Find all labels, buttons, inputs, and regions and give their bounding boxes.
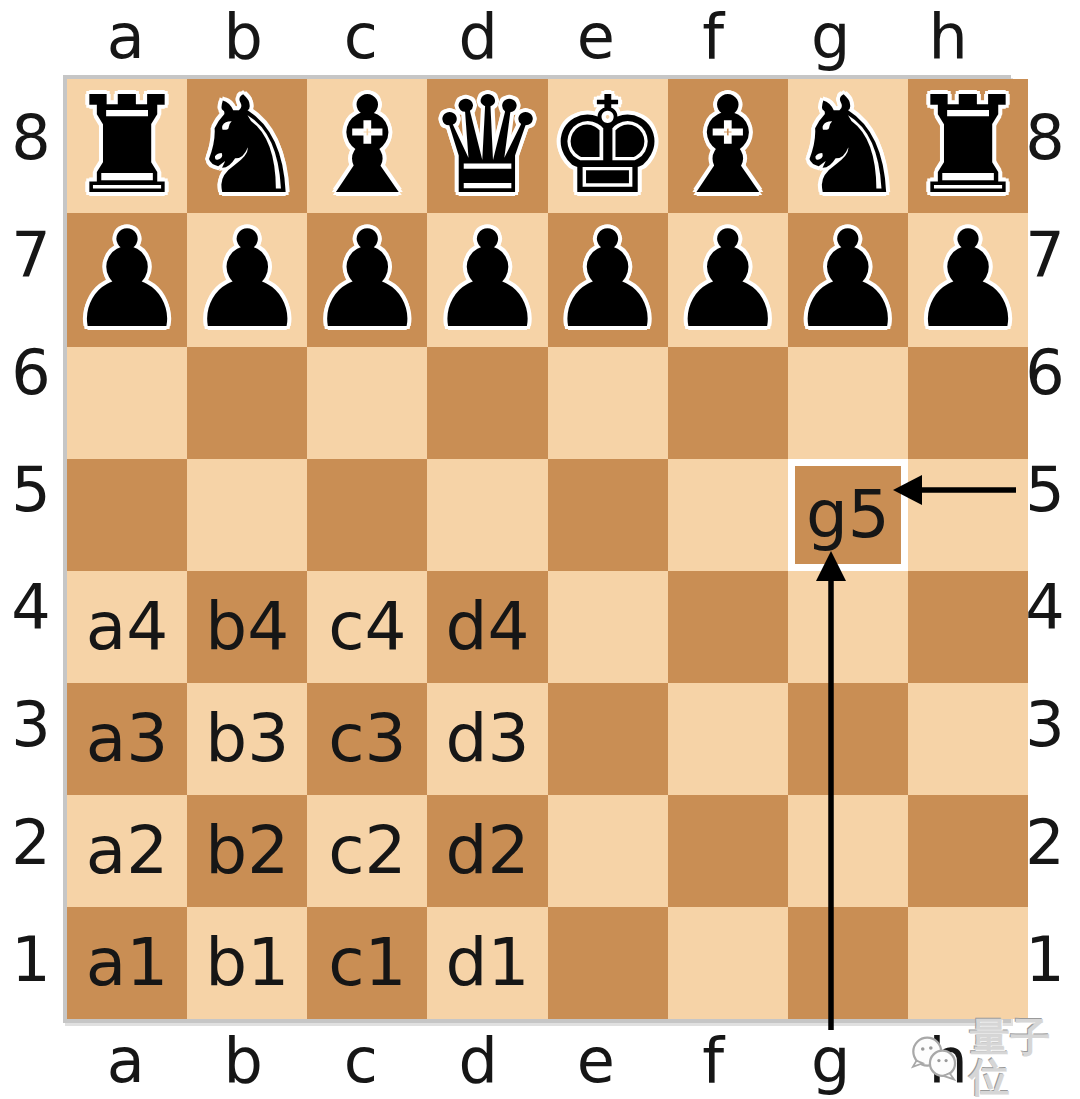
square-label-d3: d3 (446, 706, 530, 772)
square-label-c4: c4 (328, 594, 406, 660)
square-g6[interactable] (788, 347, 908, 459)
square-label-a4: a4 (86, 594, 168, 660)
file-label-bottom-e: e (537, 1023, 655, 1099)
black-pawn-g7: ♟ (788, 213, 908, 347)
square-b2[interactable]: b2 (187, 795, 307, 907)
file-labels-bottom: abcdefgh (67, 1023, 1007, 1099)
black-knight-g8: ♞ (788, 79, 908, 213)
square-f8[interactable]: ♝ (668, 79, 788, 213)
square-c7[interactable]: ♟ (307, 213, 427, 347)
square-h2[interactable] (908, 795, 1028, 907)
square-c2[interactable]: c2 (307, 795, 427, 907)
square-b8[interactable]: ♞ (187, 79, 307, 213)
watermark-logo-icon (903, 1026, 968, 1088)
black-pawn-f7: ♟ (668, 213, 788, 347)
square-g8[interactable]: ♞ (788, 79, 908, 213)
square-c5[interactable] (307, 459, 427, 571)
black-queen-d8: ♛ (427, 79, 547, 213)
square-d8[interactable]: ♛ (427, 79, 547, 213)
square-label-d1: d1 (446, 930, 530, 996)
square-e1[interactable] (548, 907, 668, 1019)
square-f5[interactable] (668, 459, 788, 571)
square-d1[interactable]: d1 (427, 907, 547, 1019)
square-g7[interactable]: ♟ (788, 213, 908, 347)
square-h4[interactable] (908, 571, 1028, 683)
file-label-bottom-f: f (655, 1023, 773, 1099)
rank-labels-left: 87654321 (0, 79, 62, 1019)
square-g4[interactable] (788, 571, 908, 683)
black-king-e8: ♚ (548, 79, 668, 213)
square-e2[interactable] (548, 795, 668, 907)
square-label-d4: d4 (446, 594, 530, 660)
square-a5[interactable] (67, 459, 187, 571)
square-h7[interactable]: ♟ (908, 213, 1028, 347)
file-label-top-g: g (772, 0, 890, 74)
square-d5[interactable] (427, 459, 547, 571)
black-rook-a8: ♜ (67, 79, 187, 213)
square-b6[interactable] (187, 347, 307, 459)
square-c8[interactable]: ♝ (307, 79, 427, 213)
square-b1[interactable]: b1 (187, 907, 307, 1019)
black-pawn-a7: ♟ (67, 213, 187, 347)
square-f4[interactable] (668, 571, 788, 683)
square-label-d2: d2 (446, 818, 530, 884)
square-e4[interactable] (548, 571, 668, 683)
square-h1[interactable] (908, 907, 1028, 1019)
black-pawn-c7: ♟ (307, 213, 427, 347)
file-label-top-e: e (537, 0, 655, 74)
square-d3[interactable]: d3 (427, 683, 547, 795)
square-b3[interactable]: b3 (187, 683, 307, 795)
black-bishop-c8: ♝ (307, 79, 427, 213)
chess-board: ♜♞♝♛♚♝♞♜♟♟♟♟♟♟♟♟g5a4b4c4d4a3b3c3d3a2b2c2… (63, 75, 1011, 1023)
square-d7[interactable]: ♟ (427, 213, 547, 347)
rank-label-left-3: 3 (0, 667, 62, 785)
file-label-top-f: f (655, 0, 773, 74)
square-f1[interactable] (668, 907, 788, 1019)
square-h8[interactable]: ♜ (908, 79, 1028, 213)
square-b5[interactable] (187, 459, 307, 571)
rank-label-left-2: 2 (0, 784, 62, 902)
file-label-bottom-b: b (185, 1023, 303, 1099)
square-h3[interactable] (908, 683, 1028, 795)
square-g3[interactable] (788, 683, 908, 795)
square-label-b4: b4 (205, 594, 289, 660)
black-pawn-e7: ♟ (548, 213, 668, 347)
black-pawn-h7: ♟ (908, 213, 1028, 347)
square-d2[interactable]: d2 (427, 795, 547, 907)
black-pawn-b7: ♟ (187, 213, 307, 347)
square-h5[interactable] (908, 459, 1028, 571)
square-f7[interactable]: ♟ (668, 213, 788, 347)
square-label-a2: a2 (86, 818, 168, 884)
square-a4[interactable]: a4 (67, 571, 187, 683)
square-a1[interactable]: a1 (67, 907, 187, 1019)
file-label-top-c: c (302, 0, 420, 74)
square-b4[interactable]: b4 (187, 571, 307, 683)
square-label-b3: b3 (205, 706, 289, 772)
square-label-b1: b1 (205, 930, 289, 996)
square-g5[interactable]: g5 (788, 459, 908, 571)
file-label-bottom-c: c (302, 1023, 420, 1099)
rank-label-left-4: 4 (0, 549, 62, 667)
square-label-a1: a1 (86, 930, 168, 996)
square-g1[interactable] (788, 907, 908, 1019)
square-c6[interactable] (307, 347, 427, 459)
square-a6[interactable] (67, 347, 187, 459)
square-a7[interactable]: ♟ (67, 213, 187, 347)
square-d6[interactable] (427, 347, 547, 459)
square-e5[interactable] (548, 459, 668, 571)
file-label-bottom-d: d (420, 1023, 538, 1099)
square-a8[interactable]: ♜ (67, 79, 187, 213)
square-e6[interactable] (548, 347, 668, 459)
square-f2[interactable] (668, 795, 788, 907)
square-b7[interactable]: ♟ (187, 213, 307, 347)
watermark-text: 量子位 (970, 1017, 1080, 1097)
black-pawn-d7: ♟ (427, 213, 547, 347)
file-label-top-a: a (67, 0, 185, 74)
square-e8[interactable]: ♚ (548, 79, 668, 213)
square-e7[interactable]: ♟ (548, 213, 668, 347)
file-label-bottom-a: a (67, 1023, 185, 1099)
black-bishop-f8: ♝ (668, 79, 788, 213)
rank-label-left-1: 1 (0, 902, 62, 1020)
square-c1[interactable]: c1 (307, 907, 427, 1019)
square-f3[interactable] (668, 683, 788, 795)
file-label-top-h: h (890, 0, 1008, 74)
square-label-b2: b2 (205, 818, 289, 884)
square-label-c3: c3 (328, 706, 406, 772)
square-label-g5: g5 (806, 482, 890, 548)
square-c3[interactable]: c3 (307, 683, 427, 795)
square-label-c1: c1 (328, 930, 406, 996)
file-label-top-d: d (420, 0, 538, 74)
rank-label-left-8: 8 (0, 79, 62, 197)
black-rook-h8: ♜ (908, 79, 1028, 213)
rank-label-left-6: 6 (0, 314, 62, 432)
square-h6[interactable] (908, 347, 1028, 459)
square-label-a3: a3 (86, 706, 168, 772)
watermark: 量子位 (903, 1024, 1080, 1090)
square-a2[interactable]: a2 (67, 795, 187, 907)
square-a3[interactable]: a3 (67, 683, 187, 795)
square-g2[interactable] (788, 795, 908, 907)
file-label-bottom-g: g (772, 1023, 890, 1099)
square-f6[interactable] (668, 347, 788, 459)
black-knight-b8: ♞ (187, 79, 307, 213)
square-e3[interactable] (548, 683, 668, 795)
square-d4[interactable]: d4 (427, 571, 547, 683)
rank-label-left-5: 5 (0, 432, 62, 550)
file-labels-top: abcdefgh (67, 0, 1007, 74)
rank-label-left-7: 7 (0, 197, 62, 315)
file-label-top-b: b (185, 0, 303, 74)
square-c4[interactable]: c4 (307, 571, 427, 683)
square-label-c2: c2 (328, 818, 406, 884)
